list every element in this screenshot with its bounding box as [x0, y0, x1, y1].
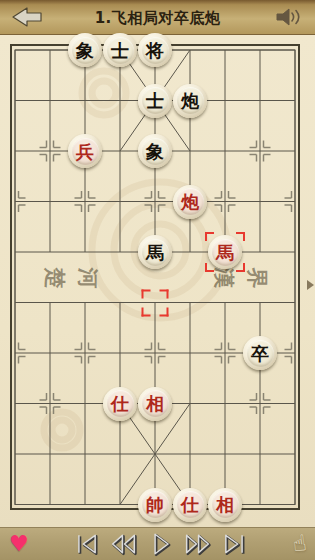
piece-red-advisor[interactable]: 仕	[103, 378, 138, 429]
step-forward-icon	[181, 531, 214, 557]
piece-black-advisor[interactable]: 士	[138, 75, 173, 126]
step-backward-button[interactable]	[107, 531, 140, 557]
piece-black-elephant[interactable]: 象	[138, 126, 173, 177]
hand-pointer-icon[interactable]: ☝	[291, 532, 307, 556]
speaker-icon	[275, 7, 301, 27]
piece-black-soldier[interactable]: 卒	[243, 328, 278, 379]
pieces-layer: 象士将士炮兵象炮馬馬卒仕相帥仕相	[0, 25, 313, 530]
selected-piece-highlight	[205, 232, 245, 272]
skip-to-end-button[interactable]	[218, 531, 251, 557]
transport-controls	[70, 531, 251, 557]
skip-to-end-icon	[218, 531, 251, 557]
skip-to-start-button[interactable]	[70, 531, 103, 557]
play-icon	[144, 531, 177, 557]
piece-black-advisor[interactable]: 士	[103, 25, 138, 76]
piece-red-horse[interactable]: 馬	[208, 227, 243, 278]
piece-red-soldier[interactable]: 兵	[68, 126, 103, 177]
back-button[interactable]	[10, 4, 44, 30]
piece-red-advisor[interactable]: 仕	[173, 479, 208, 530]
piece-red-cannon[interactable]: 炮	[173, 176, 208, 227]
piece-black-cannon[interactable]: 炮	[173, 75, 208, 126]
xiangqi-board[interactable]: 楚河漢界 象士将士炮兵象炮馬馬卒仕相帥仕相	[0, 35, 315, 527]
piece-black-elephant[interactable]: 象	[68, 25, 103, 76]
play-button[interactable]	[144, 531, 177, 557]
move-origin-marker	[142, 289, 169, 316]
piece-red-elephant[interactable]: 相	[208, 479, 243, 530]
piece-red-general[interactable]: 帥	[138, 479, 173, 530]
favorite-heart-icon[interactable]: ♥	[9, 533, 29, 555]
step-backward-icon	[107, 531, 140, 557]
back-arrow-icon	[12, 7, 42, 27]
step-forward-button[interactable]	[181, 531, 214, 557]
piece-black-horse[interactable]: 馬	[138, 227, 173, 278]
playback-toolbar: ♥	[0, 527, 315, 560]
skip-to-start-icon	[70, 531, 103, 557]
app-screen: 1.飞相局对卒底炮 楚河漢界 象士将士炮兵象炮馬馬卒仕相帥仕相 ♥	[0, 0, 315, 560]
sound-button[interactable]	[271, 4, 305, 30]
edge-handle-arrow-icon[interactable]	[307, 280, 314, 290]
piece-red-elephant[interactable]: 相	[138, 378, 173, 429]
piece-black-general[interactable]: 将	[138, 25, 173, 76]
